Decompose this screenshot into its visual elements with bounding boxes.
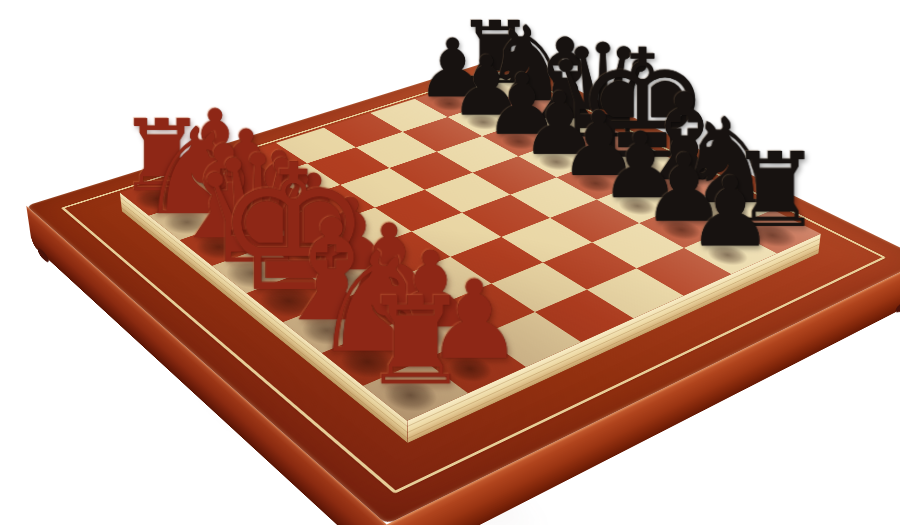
piece-contact-shadow [532, 151, 581, 173]
piece-contact-shadow [465, 79, 518, 101]
piece-contact-shadow [534, 114, 590, 138]
chess-piece-glyph: ♜ [319, 282, 513, 403]
piece-contact-shadow [460, 112, 506, 132]
chess-set-3d-assembly: ♜♞♝♛♚♝♞♜♟♟♟♟♟♟♟♟♟♟♟♟♟♟♟♟♜♞♝♛♚♝♞♜ [26, 56, 900, 525]
chess-piece-glyph: ♟ [646, 165, 814, 262]
piece-contact-shadow [427, 94, 472, 113]
board-foot [37, 246, 49, 265]
piece-contact-shadow [495, 131, 543, 152]
board-foot [895, 297, 900, 315]
piece-contact-shadow [498, 96, 555, 120]
chess-set-photo: ♜♞♝♛♚♝♞♜♟♟♟♟♟♟♟♟♟♟♟♟♟♟♟♟♜♞♝♛♚♝♞♜ [0, 0, 900, 525]
